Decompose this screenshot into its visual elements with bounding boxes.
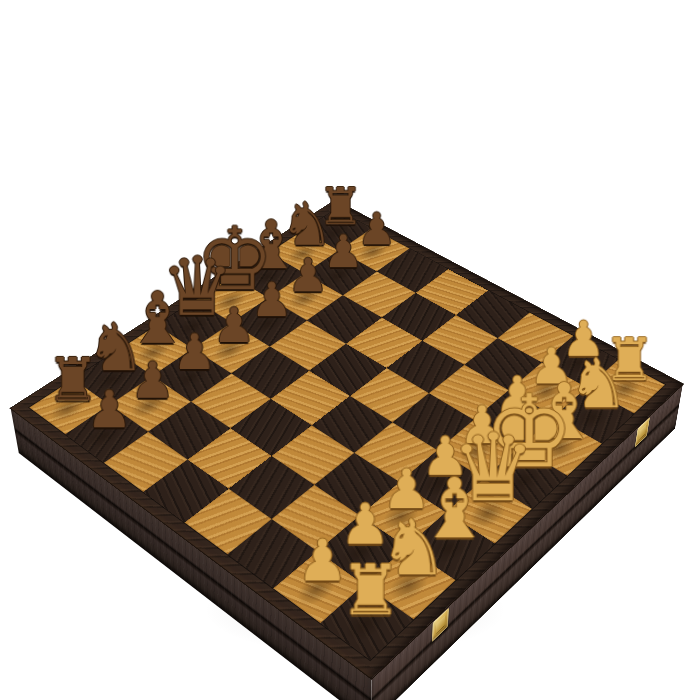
scene-stage: ♜♞♝♛♚♝♞♜♟♟♟♟♟♟♟♟♟♟♟♟♟♟♟♟♜♞♝♛♚♝♞♜ — [0, 0, 700, 700]
piece-white-rook: ♜ — [320, 584, 413, 660]
chess-box: ♜♞♝♛♚♝♞♜♟♟♟♟♟♟♟♟♟♟♟♟♟♟♟♟♜♞♝♛♚♝♞♜ — [11, 200, 683, 678]
product-photo: ♜♞♝♛♚♝♞♜♟♟♟♟♟♟♟♟♟♟♟♟♟♟♟♟♜♞♝♛♚♝♞♜ — [0, 0, 700, 700]
board-frame: ♜♞♝♛♚♝♞♜♟♟♟♟♟♟♟♟♟♟♟♟♟♟♟♟♜♞♝♛♚♝♞♜ — [11, 200, 683, 678]
white-rook-glyph: ♜ — [277, 558, 466, 624]
black-pawn-glyph: ♟ — [27, 386, 192, 435]
board-grid: ♜♞♝♛♚♝♞♜♟♟♟♟♟♟♟♟♟♟♟♟♟♟♟♟♜♞♝♛♚♝♞♜ — [29, 209, 665, 660]
square-a1: ♜ — [320, 584, 413, 660]
